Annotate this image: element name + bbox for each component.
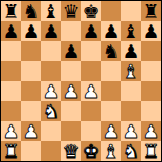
square-g4[interactable] [121, 81, 141, 101]
square-d7[interactable] [61, 21, 81, 41]
piece-black-rook[interactable]: ♜ [142, 1, 159, 21]
square-g8[interactable] [121, 1, 141, 21]
square-a5[interactable] [1, 61, 21, 81]
square-f8[interactable] [101, 1, 121, 21]
square-e8[interactable]: ♚ [81, 1, 101, 21]
chess-board: ♜♞♝♛♚♜♟♟♟♟♟♝♟♟♞♟♝♟♟♟♞♟♟♟♟♟♜♛♚♝♞♜ [0, 0, 162, 162]
square-a3[interactable] [1, 101, 21, 121]
square-c7[interactable]: ♟ [41, 21, 61, 41]
square-c8[interactable]: ♝ [41, 1, 61, 21]
square-b4[interactable] [21, 81, 41, 101]
piece-black-pawn[interactable]: ♟ [122, 41, 139, 61]
square-h4[interactable] [141, 81, 161, 101]
piece-white-bishop[interactable]: ♝ [102, 141, 119, 161]
piece-white-pawn[interactable]: ♟ [82, 81, 99, 101]
square-g5[interactable]: ♝ [121, 61, 141, 81]
square-e5[interactable] [81, 61, 101, 81]
square-f4[interactable] [101, 81, 121, 101]
piece-black-pawn[interactable]: ♟ [142, 21, 159, 41]
square-b2[interactable]: ♟ [21, 121, 41, 141]
square-g7[interactable]: ♝ [121, 21, 141, 41]
square-g6[interactable]: ♟ [121, 41, 141, 61]
piece-white-queen[interactable]: ♛ [62, 141, 79, 161]
square-e1[interactable]: ♚ [81, 141, 101, 161]
piece-black-bishop[interactable]: ♝ [42, 1, 59, 21]
piece-black-knight[interactable]: ♞ [102, 41, 119, 61]
square-h3[interactable] [141, 101, 161, 121]
square-g3[interactable] [121, 101, 141, 121]
square-f1[interactable]: ♝ [101, 141, 121, 161]
piece-white-pawn[interactable]: ♟ [102, 121, 119, 141]
square-g2[interactable]: ♟ [121, 121, 141, 141]
piece-white-bishop[interactable]: ♝ [122, 61, 139, 81]
square-e6[interactable] [81, 41, 101, 61]
square-b8[interactable]: ♞ [21, 1, 41, 21]
square-f6[interactable]: ♞ [101, 41, 121, 61]
piece-white-knight[interactable]: ♞ [42, 101, 59, 121]
square-d6[interactable]: ♟ [61, 41, 81, 61]
square-h1[interactable]: ♜ [141, 141, 161, 161]
piece-white-king[interactable]: ♚ [82, 141, 99, 161]
square-d4[interactable]: ♟ [61, 81, 81, 101]
square-d3[interactable] [61, 101, 81, 121]
square-c5[interactable] [41, 61, 61, 81]
square-h6[interactable] [141, 41, 161, 61]
piece-black-pawn[interactable]: ♟ [82, 21, 99, 41]
piece-black-pawn[interactable]: ♟ [62, 41, 79, 61]
square-b3[interactable] [21, 101, 41, 121]
piece-black-pawn[interactable]: ♟ [22, 21, 39, 41]
square-c3[interactable]: ♞ [41, 101, 61, 121]
square-c1[interactable] [41, 141, 61, 161]
piece-white-pawn[interactable]: ♟ [42, 81, 59, 101]
square-d1[interactable]: ♛ [61, 141, 81, 161]
square-h7[interactable]: ♟ [141, 21, 161, 41]
square-e3[interactable] [81, 101, 101, 121]
square-d5[interactable] [61, 61, 81, 81]
piece-black-pawn[interactable]: ♟ [102, 21, 119, 41]
piece-white-pawn[interactable]: ♟ [22, 121, 39, 141]
square-e2[interactable] [81, 121, 101, 141]
piece-black-pawn[interactable]: ♟ [2, 21, 19, 41]
piece-white-pawn[interactable]: ♟ [122, 121, 139, 141]
piece-white-pawn[interactable]: ♟ [2, 121, 19, 141]
piece-black-king[interactable]: ♚ [82, 1, 99, 21]
square-d8[interactable]: ♛ [61, 1, 81, 21]
piece-black-knight[interactable]: ♞ [22, 1, 39, 21]
square-a6[interactable] [1, 41, 21, 61]
piece-white-pawn[interactable]: ♟ [142, 121, 159, 141]
square-a1[interactable]: ♜ [1, 141, 21, 161]
square-d2[interactable] [61, 121, 81, 141]
square-c4[interactable]: ♟ [41, 81, 61, 101]
piece-white-pawn[interactable]: ♟ [62, 81, 79, 101]
square-f2[interactable]: ♟ [101, 121, 121, 141]
square-a8[interactable]: ♜ [1, 1, 21, 21]
square-g1[interactable]: ♞ [121, 141, 141, 161]
square-c6[interactable] [41, 41, 61, 61]
square-h2[interactable]: ♟ [141, 121, 161, 141]
square-f5[interactable] [101, 61, 121, 81]
square-f3[interactable] [101, 101, 121, 121]
square-h8[interactable]: ♜ [141, 1, 161, 21]
square-b6[interactable] [21, 41, 41, 61]
piece-black-pawn[interactable]: ♟ [42, 21, 59, 41]
piece-white-rook[interactable]: ♜ [142, 141, 159, 161]
piece-black-rook[interactable]: ♜ [2, 1, 19, 21]
piece-white-knight[interactable]: ♞ [122, 141, 139, 161]
square-b1[interactable] [21, 141, 41, 161]
piece-black-bishop[interactable]: ♝ [122, 21, 139, 41]
piece-black-queen[interactable]: ♛ [62, 1, 79, 21]
square-b7[interactable]: ♟ [21, 21, 41, 41]
square-f7[interactable]: ♟ [101, 21, 121, 41]
square-e4[interactable]: ♟ [81, 81, 101, 101]
square-e7[interactable]: ♟ [81, 21, 101, 41]
square-a4[interactable] [1, 81, 21, 101]
square-a7[interactable]: ♟ [1, 21, 21, 41]
piece-white-rook[interactable]: ♜ [2, 141, 19, 161]
square-c2[interactable] [41, 121, 61, 141]
square-h5[interactable] [141, 61, 161, 81]
square-b5[interactable] [21, 61, 41, 81]
square-a2[interactable]: ♟ [1, 121, 21, 141]
